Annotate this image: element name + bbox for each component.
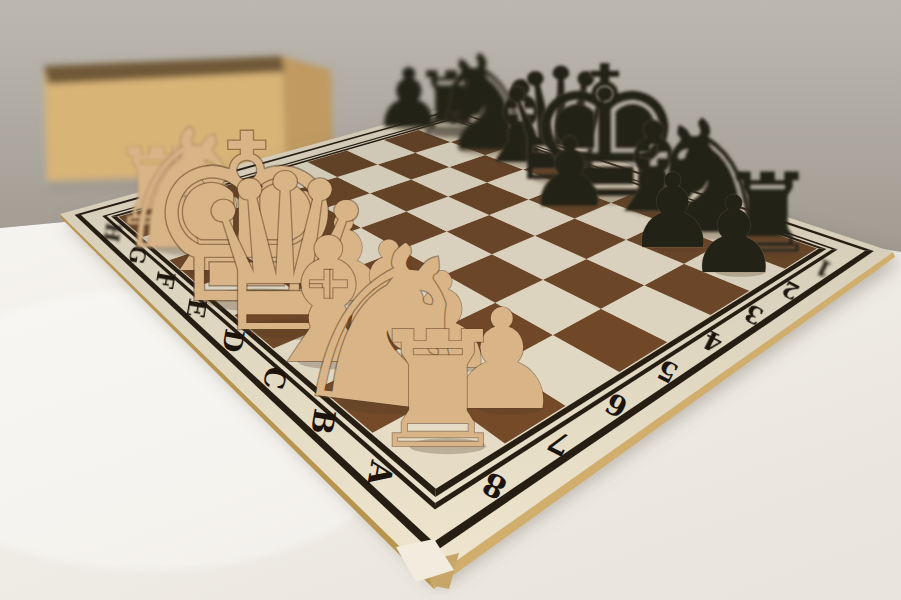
piece-black-pawn-a2[interactable]: ♟	[686, 173, 781, 297]
chess-photo-scene: ABCDEFGH87654321♟♜♞♝♛♚♟♝♜♞♞♟♟♜♝♟♟♚♟♛♟♝♟♞…	[0, 0, 901, 600]
screenshot-root: ABCDEFGH87654321♟♜♞♝♛♚♟♝♜♞♞♟♟♜♝♟♟♚♟♛♟♝♟♞…	[0, 0, 901, 600]
piece-white-rook-a8[interactable]: ♜	[366, 297, 510, 484]
